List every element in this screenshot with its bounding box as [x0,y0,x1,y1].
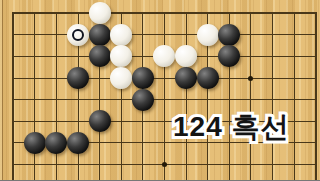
caption-text: 124 흑선 [173,111,290,142]
black-stone [89,24,111,46]
black-stone [45,132,67,154]
white-stone [67,24,89,46]
black-stone [67,132,89,154]
black-stone [89,110,111,132]
white-stone [110,67,132,89]
black-stone [218,24,240,46]
board-intersections [3,3,320,181]
white-stone [110,45,132,67]
white-stone [175,45,197,67]
white-stone [110,24,132,46]
black-stone [24,132,46,154]
white-stone [153,45,175,67]
circle-marker-icon [72,29,84,41]
black-stone [132,67,154,89]
black-stone [132,89,154,111]
black-stone [197,67,219,89]
problem-caption: 124 흑선 124 흑선 [173,112,290,141]
go-board [0,0,320,180]
black-stone [67,67,89,89]
black-stone [89,45,111,67]
go-problem-thumbnail: 124 흑선 124 흑선 [0,0,320,180]
black-stone [218,45,240,67]
black-stone [175,67,197,89]
white-stone [89,2,111,24]
white-stone [197,24,219,46]
